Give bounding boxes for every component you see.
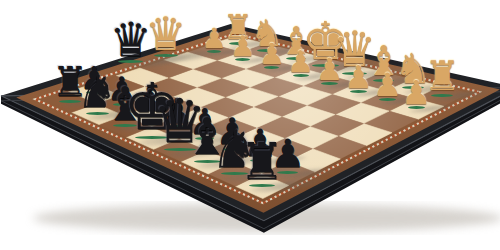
chess-set-photo: ♜♞♝♛♚♝♞♜♟♟♟♟♟♟♟♟♟♟♟♟♟♟♟♟♜♞♝♛♚♝♞♜♛♛ bbox=[0, 0, 500, 250]
chess-board bbox=[0, 0, 500, 250]
